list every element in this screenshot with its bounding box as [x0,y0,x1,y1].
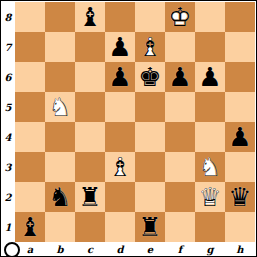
white-bishop-piece[interactable]: ♝♗ [105,152,135,182]
square-b3[interactable] [45,152,75,182]
square-d8[interactable] [105,2,135,32]
rank-label-1: 1 [1,212,15,242]
rank-labels: 87654321 [1,2,15,242]
black-bishop-piece[interactable]: ♝ [15,212,45,242]
square-h3[interactable] [225,152,255,182]
square-c4[interactable] [75,122,105,152]
square-e8[interactable] [135,2,165,32]
square-f2[interactable] [165,182,195,212]
chess-board[interactable]: ♝♚♔♟♝♗♟♚♟♟♞♘♟♝♗♞♘♞♜♛♕♛♝♜ [15,2,255,242]
black-pawn-piece[interactable]: ♟ [165,62,195,92]
square-b5[interactable]: ♞♘ [45,92,75,122]
square-d1[interactable] [105,212,135,242]
square-c5[interactable] [75,92,105,122]
square-a3[interactable] [15,152,45,182]
square-g4[interactable] [195,122,225,152]
rank-label-2: 2 [1,182,15,212]
square-d3[interactable]: ♝♗ [105,152,135,182]
square-a5[interactable] [15,92,45,122]
square-e7[interactable]: ♝♗ [135,32,165,62]
square-c7[interactable] [75,32,105,62]
black-king-piece[interactable]: ♚ [135,62,165,92]
square-b2[interactable]: ♞ [45,182,75,212]
file-label-g: g [195,242,225,257]
file-label-e: e [135,242,165,257]
square-h1[interactable] [225,212,255,242]
square-h6[interactable] [225,62,255,92]
square-f5[interactable] [165,92,195,122]
rank-label-8: 8 [1,2,15,32]
square-a2[interactable] [15,182,45,212]
file-label-c: c [75,242,105,257]
rank-label-4: 4 [1,122,15,152]
square-d7[interactable]: ♟ [105,32,135,62]
square-g6[interactable]: ♟ [195,62,225,92]
square-d4[interactable] [105,122,135,152]
square-b7[interactable] [45,32,75,62]
square-a8[interactable] [15,2,45,32]
black-queen-piece[interactable]: ♛ [225,182,255,212]
square-a7[interactable] [15,32,45,62]
square-b6[interactable] [45,62,75,92]
square-f7[interactable] [165,32,195,62]
chess-diagram: 87654321 ♝♚♔♟♝♗♟♚♟♟♞♘♟♝♗♞♘♞♜♛♕♛♝♜ abcdef… [0,0,257,257]
square-f8[interactable]: ♚♔ [165,2,195,32]
black-bishop-piece[interactable]: ♝ [75,2,105,32]
rank-label-6: 6 [1,62,15,92]
square-g7[interactable] [195,32,225,62]
white-bishop-piece[interactable]: ♝♗ [135,32,165,62]
black-pawn-piece[interactable]: ♟ [225,122,255,152]
square-f1[interactable] [165,212,195,242]
square-h8[interactable] [225,2,255,32]
black-rook-piece[interactable]: ♜ [135,212,165,242]
square-b8[interactable] [45,2,75,32]
square-d2[interactable] [105,182,135,212]
square-h4[interactable]: ♟ [225,122,255,152]
white-knight-piece[interactable]: ♞♘ [45,92,75,122]
square-h7[interactable] [225,32,255,62]
square-g8[interactable] [195,2,225,32]
rank-label-7: 7 [1,32,15,62]
black-knight-piece[interactable]: ♞ [45,182,75,212]
square-h5[interactable] [225,92,255,122]
square-g5[interactable] [195,92,225,122]
black-pawn-piece[interactable]: ♟ [105,62,135,92]
white-queen-piece[interactable]: ♛♕ [195,182,225,212]
square-b1[interactable] [45,212,75,242]
square-e2[interactable] [135,182,165,212]
square-c3[interactable] [75,152,105,182]
square-d6[interactable]: ♟ [105,62,135,92]
square-c2[interactable]: ♜ [75,182,105,212]
black-rook-piece[interactable]: ♜ [75,182,105,212]
square-b4[interactable] [45,122,75,152]
black-pawn-piece[interactable]: ♟ [195,62,225,92]
square-g2[interactable]: ♛♕ [195,182,225,212]
file-labels: abcdefgh [15,242,255,257]
rank-label-3: 3 [1,152,15,182]
square-g1[interactable] [195,212,225,242]
square-h2[interactable]: ♛ [225,182,255,212]
square-f4[interactable] [165,122,195,152]
rank-label-5: 5 [1,92,15,122]
file-label-f: f [165,242,195,257]
square-e4[interactable] [135,122,165,152]
file-label-b: b [45,242,75,257]
square-f3[interactable] [165,152,195,182]
square-d5[interactable] [105,92,135,122]
square-e1[interactable]: ♜ [135,212,165,242]
square-a4[interactable] [15,122,45,152]
white-to-move-indicator [4,242,20,257]
file-label-h: h [225,242,255,257]
square-a1[interactable]: ♝ [15,212,45,242]
square-f6[interactable]: ♟ [165,62,195,92]
square-a6[interactable] [15,62,45,92]
square-c6[interactable] [75,62,105,92]
square-e5[interactable] [135,92,165,122]
square-e3[interactable] [135,152,165,182]
square-c8[interactable]: ♝ [75,2,105,32]
white-king-piece[interactable]: ♚♔ [165,2,195,32]
file-label-d: d [105,242,135,257]
square-e6[interactable]: ♚ [135,62,165,92]
square-c1[interactable] [75,212,105,242]
square-g3[interactable]: ♞♘ [195,152,225,182]
black-pawn-piece[interactable]: ♟ [105,32,135,62]
white-knight-piece[interactable]: ♞♘ [195,152,225,182]
